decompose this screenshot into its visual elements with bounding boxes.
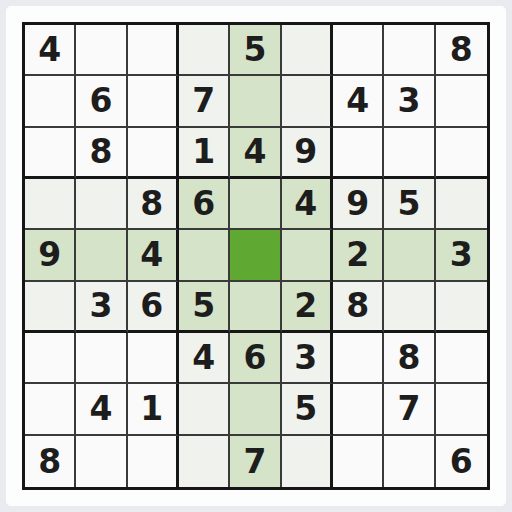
cell-r9c2[interactable] — [76, 436, 127, 487]
cell-r5c1[interactable]: 9 — [25, 230, 76, 281]
cell-r6c3[interactable]: 6 — [128, 282, 179, 333]
cell-r6c7[interactable]: 8 — [333, 282, 384, 333]
cell-r3c8[interactable] — [384, 128, 435, 179]
cell-r4c2[interactable] — [76, 179, 127, 230]
cell-r9c4[interactable] — [179, 436, 230, 487]
cell-r9c6[interactable] — [282, 436, 333, 487]
cell-r2c8[interactable]: 3 — [384, 76, 435, 127]
cell-r7c2[interactable] — [76, 333, 127, 384]
cell-r1c3[interactable] — [128, 25, 179, 76]
cell-r5c9[interactable]: 3 — [436, 230, 487, 281]
cell-r7c9[interactable] — [436, 333, 487, 384]
cell-r4c8[interactable]: 5 — [384, 179, 435, 230]
cell-r9c1[interactable]: 8 — [25, 436, 76, 487]
cell-r9c5[interactable]: 7 — [230, 436, 281, 487]
cell-r7c6[interactable]: 3 — [282, 333, 333, 384]
cell-r4c3[interactable]: 8 — [128, 179, 179, 230]
cell-r6c4[interactable]: 5 — [179, 282, 230, 333]
cell-r7c4[interactable]: 4 — [179, 333, 230, 384]
cell-r6c5[interactable] — [230, 282, 281, 333]
cell-r9c3[interactable] — [128, 436, 179, 487]
cell-r8c3[interactable]: 1 — [128, 384, 179, 435]
cell-r1c9[interactable]: 8 — [436, 25, 487, 76]
cell-r8c7[interactable] — [333, 384, 384, 435]
cell-r5c5-selected[interactable] — [230, 230, 281, 281]
cell-r5c6[interactable] — [282, 230, 333, 281]
cell-r8c2[interactable]: 4 — [76, 384, 127, 435]
cell-r8c1[interactable] — [25, 384, 76, 435]
cell-r5c7[interactable]: 2 — [333, 230, 384, 281]
cell-r8c8[interactable]: 7 — [384, 384, 435, 435]
cell-r9c8[interactable] — [384, 436, 435, 487]
cell-r8c4[interactable] — [179, 384, 230, 435]
cell-r3c5[interactable]: 4 — [230, 128, 281, 179]
cell-r5c2[interactable] — [76, 230, 127, 281]
cell-r2c4[interactable]: 7 — [179, 76, 230, 127]
page-background: 458674381498649594233652846384157876 — [0, 0, 512, 512]
cell-r5c4[interactable] — [179, 230, 230, 281]
cell-r1c4[interactable] — [179, 25, 230, 76]
board-card: 458674381498649594233652846384157876 — [6, 6, 506, 506]
cell-r7c8[interactable]: 8 — [384, 333, 435, 384]
cell-r8c6[interactable]: 5 — [282, 384, 333, 435]
cell-r2c5[interactable] — [230, 76, 281, 127]
cell-r7c5[interactable]: 6 — [230, 333, 281, 384]
cell-r7c7[interactable] — [333, 333, 384, 384]
cell-r4c1[interactable] — [25, 179, 76, 230]
cell-r6c8[interactable] — [384, 282, 435, 333]
cell-r1c5[interactable]: 5 — [230, 25, 281, 76]
cell-r1c1[interactable]: 4 — [25, 25, 76, 76]
cell-r3c4[interactable]: 1 — [179, 128, 230, 179]
cell-r4c4[interactable]: 6 — [179, 179, 230, 230]
cell-r7c1[interactable] — [25, 333, 76, 384]
cell-r3c2[interactable]: 8 — [76, 128, 127, 179]
cell-r9c7[interactable] — [333, 436, 384, 487]
cell-r1c2[interactable] — [76, 25, 127, 76]
cell-r2c9[interactable] — [436, 76, 487, 127]
cell-r9c9[interactable]: 6 — [436, 436, 487, 487]
cell-r3c9[interactable] — [436, 128, 487, 179]
cell-r4c9[interactable] — [436, 179, 487, 230]
cell-r4c5[interactable] — [230, 179, 281, 230]
cell-r3c3[interactable] — [128, 128, 179, 179]
cell-r1c7[interactable] — [333, 25, 384, 76]
cell-r1c8[interactable] — [384, 25, 435, 76]
cell-r5c8[interactable] — [384, 230, 435, 281]
cell-r6c6[interactable]: 2 — [282, 282, 333, 333]
cell-r2c2[interactable]: 6 — [76, 76, 127, 127]
cell-r4c6[interactable]: 4 — [282, 179, 333, 230]
cell-r3c1[interactable] — [25, 128, 76, 179]
cell-r4c7[interactable]: 9 — [333, 179, 384, 230]
cell-r2c3[interactable] — [128, 76, 179, 127]
sudoku-board: 458674381498649594233652846384157876 — [22, 22, 490, 490]
cell-r8c9[interactable] — [436, 384, 487, 435]
cell-r3c7[interactable] — [333, 128, 384, 179]
cell-r8c5[interactable] — [230, 384, 281, 435]
cell-r2c6[interactable] — [282, 76, 333, 127]
cell-r5c3[interactable]: 4 — [128, 230, 179, 281]
cell-r1c6[interactable] — [282, 25, 333, 76]
cell-r6c1[interactable] — [25, 282, 76, 333]
cell-r6c2[interactable]: 3 — [76, 282, 127, 333]
cell-r2c7[interactable]: 4 — [333, 76, 384, 127]
cell-r2c1[interactable] — [25, 76, 76, 127]
cell-r6c9[interactable] — [436, 282, 487, 333]
cell-r7c3[interactable] — [128, 333, 179, 384]
cell-r3c6[interactable]: 9 — [282, 128, 333, 179]
